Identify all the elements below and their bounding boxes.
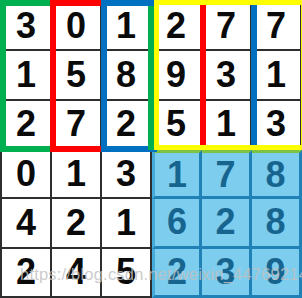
number-grid: 3 0 1 2 7 7 1 5 8 9 3 1 2 7 2 5 1 3 0 1 … bbox=[0, 0, 302, 298]
cell-r3-c6: 3 bbox=[252, 101, 302, 150]
cell-r1-c3: 1 bbox=[102, 2, 152, 51]
cell-r4-c1: 0 bbox=[2, 150, 52, 199]
cell-r3-c2: 7 bbox=[52, 101, 102, 150]
cell-r6-c4: 2 bbox=[152, 249, 202, 298]
cell-r1-c2: 0 bbox=[52, 2, 102, 51]
cell-r2-c3: 8 bbox=[102, 51, 152, 100]
cell-r1-c6: 7 bbox=[252, 2, 302, 51]
cell-r2-c5: 3 bbox=[202, 51, 252, 100]
cell-r6-c3: 5 bbox=[102, 249, 152, 298]
cell-r2-c2: 5 bbox=[52, 51, 102, 100]
cell-r1-c4: 2 bbox=[152, 2, 202, 51]
cell-r6-c1: 2 bbox=[2, 249, 52, 298]
cell-r4-c2: 1 bbox=[52, 150, 102, 199]
cell-r4-c3: 3 bbox=[102, 150, 152, 199]
cell-r2-c1: 1 bbox=[2, 51, 52, 100]
cell-r4-c5: 7 bbox=[202, 150, 252, 199]
cell-r2-c4: 9 bbox=[152, 51, 202, 100]
cell-r6-c6: 9 bbox=[252, 249, 302, 298]
cell-r5-c5: 2 bbox=[202, 199, 252, 248]
cell-r4-c6: 8 bbox=[252, 150, 302, 199]
cell-r1-c5: 7 bbox=[202, 2, 252, 51]
cell-r6-c2: 4 bbox=[52, 249, 102, 298]
cell-r1-c1: 3 bbox=[2, 2, 52, 51]
cell-r2-c6: 1 bbox=[252, 51, 302, 100]
cell-r5-c2: 2 bbox=[52, 199, 102, 248]
matrix-diagram: 3 0 1 2 7 7 1 5 8 9 3 1 2 7 2 5 1 3 0 1 … bbox=[0, 0, 302, 298]
cell-r5-c3: 1 bbox=[102, 199, 152, 248]
cell-r6-c5: 3 bbox=[202, 249, 252, 298]
cell-r3-c3: 2 bbox=[102, 101, 152, 150]
cell-r3-c4: 5 bbox=[152, 101, 202, 150]
cell-r5-c4: 6 bbox=[152, 199, 202, 248]
cell-r3-c5: 1 bbox=[202, 101, 252, 150]
cell-r3-c1: 2 bbox=[2, 101, 52, 150]
cell-r4-c4: 1 bbox=[152, 150, 202, 199]
cell-r5-c6: 8 bbox=[252, 199, 302, 248]
cell-r5-c1: 4 bbox=[2, 199, 52, 248]
